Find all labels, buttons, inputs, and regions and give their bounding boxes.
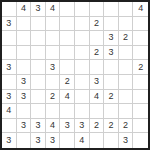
empty-cell[interactable] [17, 46, 32, 61]
clue-cell: 3 [17, 119, 32, 134]
empty-cell[interactable] [75, 17, 90, 32]
empty-cell[interactable] [2, 119, 17, 134]
clue-cell: 4 [75, 133, 90, 148]
empty-cell[interactable] [133, 104, 148, 119]
empty-cell[interactable] [17, 60, 32, 75]
empty-cell[interactable] [75, 75, 90, 90]
empty-cell[interactable] [75, 2, 90, 17]
empty-cell[interactable] [31, 31, 46, 46]
empty-cell[interactable] [2, 31, 17, 46]
empty-cell[interactable] [17, 104, 32, 119]
empty-cell[interactable] [133, 119, 148, 134]
empty-cell[interactable] [46, 31, 61, 46]
empty-cell[interactable] [104, 17, 119, 32]
empty-cell[interactable] [133, 133, 148, 148]
clue-cell: 3 [104, 46, 119, 61]
minesweeper-board: 434432322333232333244243343322233343 [0, 0, 150, 150]
empty-cell[interactable] [119, 2, 134, 17]
clue-cell: 3 [2, 90, 17, 105]
empty-cell[interactable] [60, 31, 75, 46]
empty-cell[interactable] [31, 46, 46, 61]
empty-cell[interactable] [119, 17, 134, 32]
clue-cell: 2 [104, 119, 119, 134]
clue-cell: 3 [2, 17, 17, 32]
empty-cell[interactable] [133, 31, 148, 46]
clue-cell: 2 [119, 119, 134, 134]
clue-cell: 3 [60, 119, 75, 134]
clue-cell: 2 [90, 119, 105, 134]
empty-cell[interactable] [119, 104, 134, 119]
clue-cell: 2 [104, 90, 119, 105]
empty-cell[interactable] [90, 60, 105, 75]
clue-cell: 3 [46, 60, 61, 75]
empty-cell[interactable] [60, 17, 75, 32]
empty-cell[interactable] [46, 46, 61, 61]
empty-cell[interactable] [17, 17, 32, 32]
clue-cell: 4 [2, 104, 17, 119]
empty-cell[interactable] [133, 17, 148, 32]
empty-cell[interactable] [46, 75, 61, 90]
empty-cell[interactable] [31, 90, 46, 105]
clue-cell: 2 [60, 75, 75, 90]
empty-cell[interactable] [2, 75, 17, 90]
clue-cell: 3 [104, 31, 119, 46]
empty-cell[interactable] [133, 75, 148, 90]
empty-cell[interactable] [90, 133, 105, 148]
empty-cell[interactable] [60, 46, 75, 61]
empty-cell[interactable] [60, 133, 75, 148]
clue-cell: 4 [17, 2, 32, 17]
empty-cell[interactable] [31, 75, 46, 90]
empty-cell[interactable] [17, 31, 32, 46]
empty-cell[interactable] [31, 60, 46, 75]
empty-cell[interactable] [60, 104, 75, 119]
empty-cell[interactable] [104, 133, 119, 148]
clue-cell: 4 [60, 90, 75, 105]
empty-cell[interactable] [2, 46, 17, 61]
clue-cell: 4 [46, 119, 61, 134]
clue-cell: 2 [46, 90, 61, 105]
empty-cell[interactable] [60, 60, 75, 75]
empty-cell[interactable] [104, 75, 119, 90]
empty-cell[interactable] [46, 17, 61, 32]
empty-cell[interactable] [31, 17, 46, 32]
empty-cell[interactable] [75, 46, 90, 61]
clue-cell: 3 [31, 133, 46, 148]
clue-cell: 3 [31, 2, 46, 17]
empty-cell[interactable] [133, 90, 148, 105]
empty-cell[interactable] [119, 75, 134, 90]
clue-cell: 3 [46, 133, 61, 148]
clue-cell: 2 [90, 46, 105, 61]
clue-cell: 3 [2, 133, 17, 148]
clue-cell: 3 [31, 119, 46, 134]
empty-cell[interactable] [60, 2, 75, 17]
clue-cell: 3 [119, 133, 134, 148]
empty-cell[interactable] [17, 133, 32, 148]
empty-cell[interactable] [104, 104, 119, 119]
empty-cell[interactable] [119, 46, 134, 61]
clue-cell: 2 [133, 60, 148, 75]
clue-cell: 4 [46, 2, 61, 17]
clue-cell: 3 [17, 75, 32, 90]
empty-cell[interactable] [75, 31, 90, 46]
empty-cell[interactable] [75, 60, 90, 75]
empty-cell[interactable] [31, 104, 46, 119]
empty-cell[interactable] [46, 104, 61, 119]
clue-cell: 4 [90, 90, 105, 105]
empty-cell[interactable] [133, 46, 148, 61]
empty-cell[interactable] [119, 90, 134, 105]
empty-cell[interactable] [75, 104, 90, 119]
empty-cell[interactable] [90, 104, 105, 119]
empty-cell[interactable] [75, 90, 90, 105]
clue-cell: 2 [119, 31, 134, 46]
empty-cell[interactable] [104, 2, 119, 17]
clue-cell: 4 [133, 2, 148, 17]
clue-cell: 3 [90, 75, 105, 90]
clue-cell: 3 [2, 60, 17, 75]
clue-cell: 3 [17, 90, 32, 105]
empty-cell[interactable] [90, 2, 105, 17]
clue-cell: 3 [75, 119, 90, 134]
empty-cell[interactable] [119, 60, 134, 75]
clue-cell: 2 [90, 17, 105, 32]
empty-cell[interactable] [104, 60, 119, 75]
empty-cell[interactable] [2, 2, 17, 17]
empty-cell[interactable] [90, 31, 105, 46]
